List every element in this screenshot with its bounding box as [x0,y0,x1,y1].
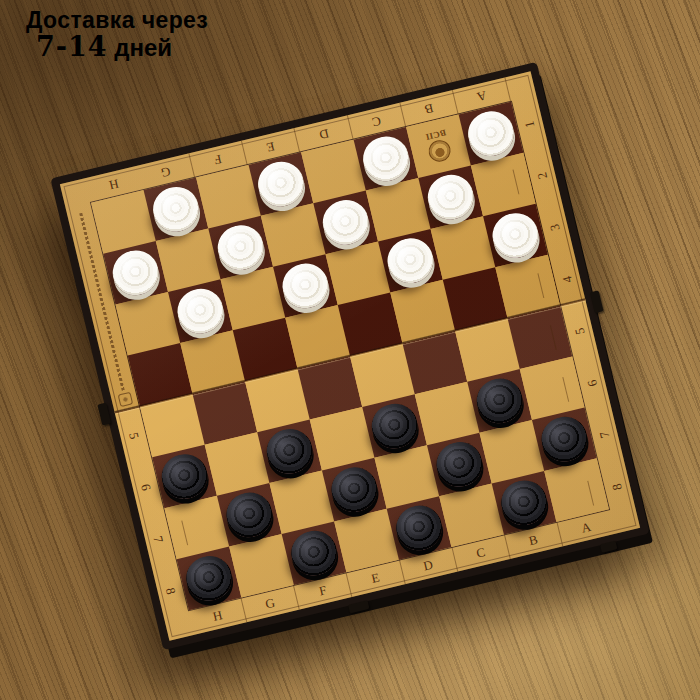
white-checker [423,170,478,224]
black-checker [222,488,277,542]
black-checker [537,412,592,466]
black-checker [391,501,446,555]
lion-logo-icon [427,138,453,164]
certification-stamp [117,392,133,407]
white-checker [148,182,203,236]
white-checker [463,107,518,161]
black-checker [496,476,551,530]
black-checker [472,374,527,428]
white-checker [383,234,438,288]
white-checker [278,259,333,313]
white-checker [173,284,228,338]
white-checker [213,221,268,275]
board-gold-surface: HGFEDCBA HGFEDCBA 12345678 5678 ВСП [60,71,640,640]
black-checker [262,424,317,478]
white-checker [253,157,308,211]
black-checker [367,399,422,453]
black-checker [432,437,487,491]
delivery-line2: 7-14 дней [36,33,208,61]
product-photo: Доставка через 7-14 дней HGFEDCBA HGFEDC… [0,0,700,700]
black-checker [327,463,382,517]
delivery-days-range: 7-14 [36,31,108,62]
delivery-note: Доставка через 7-14 дней [26,8,208,62]
delivery-line1: Доставка через [26,8,208,33]
white-checker [108,246,163,300]
white-checker [488,208,543,262]
white-checker [358,132,413,186]
black-checker [286,526,341,580]
delivery-days-word: дней [114,34,172,61]
white-checker [318,195,373,249]
